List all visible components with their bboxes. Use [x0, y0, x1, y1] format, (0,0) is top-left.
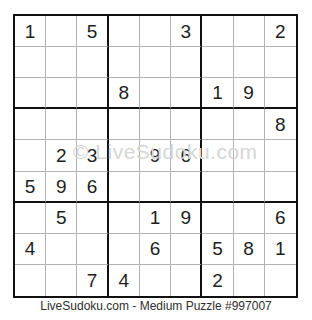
- cell-r3c1[interactable]: [15, 78, 46, 109]
- cell-r5c6[interactable]: 6: [171, 140, 202, 171]
- cell-r5c5[interactable]: 9: [140, 140, 171, 171]
- cell-r9c3[interactable]: 7: [77, 265, 108, 296]
- cell-r9c8[interactable]: [234, 265, 265, 296]
- cell-r7c1[interactable]: [15, 203, 46, 234]
- cell-r4c9[interactable]: 8: [265, 109, 296, 140]
- cell-r7c4[interactable]: [109, 203, 140, 234]
- cell-r3c5[interactable]: [140, 78, 171, 109]
- cell-r4c2[interactable]: [46, 109, 77, 140]
- cell-r5c8[interactable]: [234, 140, 265, 171]
- cell-r6c2[interactable]: 9: [46, 172, 77, 203]
- cell-r1c1[interactable]: 1: [15, 16, 46, 47]
- cell-r7c6[interactable]: 9: [171, 203, 202, 234]
- cell-r8c3[interactable]: [77, 234, 108, 265]
- cell-r6c3[interactable]: 6: [77, 172, 108, 203]
- cell-r9c6[interactable]: [171, 265, 202, 296]
- cell-r2c2[interactable]: [46, 47, 77, 78]
- cell-r6c9[interactable]: [265, 172, 296, 203]
- cell-r9c4[interactable]: 4: [109, 265, 140, 296]
- cell-r4c8[interactable]: [234, 109, 265, 140]
- cell-r6c1[interactable]: 5: [15, 172, 46, 203]
- cell-r7c8[interactable]: [234, 203, 265, 234]
- cell-r9c1[interactable]: [15, 265, 46, 296]
- sudoku-board: 153281982396596519646581742© LiveSudoku.…: [13, 14, 298, 298]
- cell-r4c7[interactable]: [202, 109, 233, 140]
- cell-r3c9[interactable]: [265, 78, 296, 109]
- cell-r7c5[interactable]: 1: [140, 203, 171, 234]
- cell-r2c9[interactable]: [265, 47, 296, 78]
- cell-r4c4[interactable]: [109, 109, 140, 140]
- cell-r9c7[interactable]: 2: [202, 265, 233, 296]
- cell-r5c2[interactable]: 2: [46, 140, 77, 171]
- cell-r9c9[interactable]: [265, 265, 296, 296]
- cell-r5c1[interactable]: [15, 140, 46, 171]
- cell-r7c9[interactable]: 6: [265, 203, 296, 234]
- cell-r9c5[interactable]: [140, 265, 171, 296]
- cell-r3c4[interactable]: 8: [109, 78, 140, 109]
- cell-r4c6[interactable]: [171, 109, 202, 140]
- cell-r1c2[interactable]: [46, 16, 77, 47]
- cell-r1c7[interactable]: [202, 16, 233, 47]
- cell-r3c6[interactable]: [171, 78, 202, 109]
- cell-r4c5[interactable]: [140, 109, 171, 140]
- cell-r1c8[interactable]: [234, 16, 265, 47]
- cell-r3c7[interactable]: 1: [202, 78, 233, 109]
- cell-r2c8[interactable]: [234, 47, 265, 78]
- cell-r7c2[interactable]: 5: [46, 203, 77, 234]
- cell-r8c2[interactable]: [46, 234, 77, 265]
- cell-r9c2[interactable]: [46, 265, 77, 296]
- cell-r5c9[interactable]: [265, 140, 296, 171]
- cell-r8c6[interactable]: [171, 234, 202, 265]
- footer-caption: LiveSudoku.com - Medium Puzzle #997007: [0, 299, 312, 313]
- cell-r6c5[interactable]: [140, 172, 171, 203]
- cell-r8c9[interactable]: 1: [265, 234, 296, 265]
- cell-r6c6[interactable]: [171, 172, 202, 203]
- cell-r6c7[interactable]: [202, 172, 233, 203]
- cell-r3c2[interactable]: [46, 78, 77, 109]
- cell-r8c8[interactable]: 8: [234, 234, 265, 265]
- cell-r5c4[interactable]: [109, 140, 140, 171]
- cell-r2c7[interactable]: [202, 47, 233, 78]
- cell-r6c4[interactable]: [109, 172, 140, 203]
- cell-r7c3[interactable]: [77, 203, 108, 234]
- cell-r6c8[interactable]: [234, 172, 265, 203]
- cell-r2c3[interactable]: [77, 47, 108, 78]
- cell-r2c5[interactable]: [140, 47, 171, 78]
- cell-r2c1[interactable]: [15, 47, 46, 78]
- cell-r1c9[interactable]: 2: [265, 16, 296, 47]
- cell-r3c8[interactable]: 9: [234, 78, 265, 109]
- cell-r8c4[interactable]: [109, 234, 140, 265]
- cell-r3c3[interactable]: [77, 78, 108, 109]
- cell-r1c6[interactable]: 3: [171, 16, 202, 47]
- cell-r1c3[interactable]: 5: [77, 16, 108, 47]
- cell-r8c7[interactable]: 5: [202, 234, 233, 265]
- cell-r2c6[interactable]: [171, 47, 202, 78]
- cell-r4c3[interactable]: [77, 109, 108, 140]
- cell-r4c1[interactable]: [15, 109, 46, 140]
- cell-r8c5[interactable]: 6: [140, 234, 171, 265]
- cell-r5c3[interactable]: 3: [77, 140, 108, 171]
- cell-r1c5[interactable]: [140, 16, 171, 47]
- cell-r5c7[interactable]: [202, 140, 233, 171]
- cell-r2c4[interactable]: [109, 47, 140, 78]
- cell-r8c1[interactable]: 4: [15, 234, 46, 265]
- cell-r1c4[interactable]: [109, 16, 140, 47]
- cell-r7c7[interactable]: [202, 203, 233, 234]
